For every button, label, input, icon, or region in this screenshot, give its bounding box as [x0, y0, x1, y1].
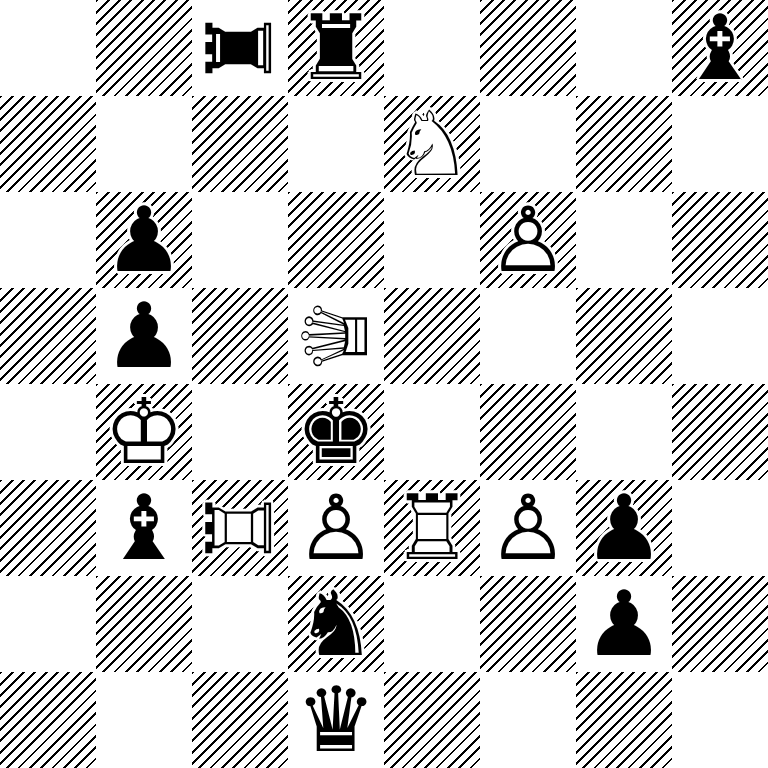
- square-d8[interactable]: [288, 0, 384, 96]
- piece-black-pawn[interactable]: [96, 192, 192, 288]
- square-a3[interactable]: [0, 480, 96, 576]
- square-g2[interactable]: [576, 576, 672, 672]
- piece-black-rook-rotated[interactable]: [192, 0, 288, 96]
- square-f1[interactable]: [480, 672, 576, 768]
- square-a6[interactable]: [0, 192, 96, 288]
- square-c3[interactable]: [192, 480, 288, 576]
- square-f3[interactable]: [480, 480, 576, 576]
- square-g8[interactable]: [576, 0, 672, 96]
- square-d7[interactable]: [288, 96, 384, 192]
- square-b5[interactable]: [96, 288, 192, 384]
- square-g1[interactable]: [576, 672, 672, 768]
- square-d3[interactable]: [288, 480, 384, 576]
- square-b4[interactable]: [96, 384, 192, 480]
- square-c6[interactable]: [192, 192, 288, 288]
- square-a1[interactable]: [0, 672, 96, 768]
- piece-white-queen-rotated[interactable]: [288, 288, 384, 384]
- square-b3[interactable]: [96, 480, 192, 576]
- piece-white-rook-rotated[interactable]: [192, 480, 288, 576]
- square-h6[interactable]: [672, 192, 768, 288]
- square-g7[interactable]: [576, 96, 672, 192]
- square-g4[interactable]: [576, 384, 672, 480]
- square-f4[interactable]: [480, 384, 576, 480]
- square-c2[interactable]: [192, 576, 288, 672]
- square-g6[interactable]: [576, 192, 672, 288]
- piece-black-pawn[interactable]: [576, 480, 672, 576]
- square-e7[interactable]: [384, 96, 480, 192]
- square-d4[interactable]: [288, 384, 384, 480]
- piece-white-king[interactable]: [96, 384, 192, 480]
- square-e8[interactable]: [384, 0, 480, 96]
- square-c4[interactable]: [192, 384, 288, 480]
- square-a8[interactable]: [0, 0, 96, 96]
- piece-white-pawn[interactable]: [480, 480, 576, 576]
- square-f7[interactable]: [480, 96, 576, 192]
- square-a7[interactable]: [0, 96, 96, 192]
- square-d6[interactable]: [288, 192, 384, 288]
- piece-black-pawn[interactable]: [576, 576, 672, 672]
- piece-black-knight[interactable]: [288, 576, 384, 672]
- square-h2[interactable]: [672, 576, 768, 672]
- square-h4[interactable]: [672, 384, 768, 480]
- square-e6[interactable]: [384, 192, 480, 288]
- square-f5[interactable]: [480, 288, 576, 384]
- piece-black-queen[interactable]: [288, 672, 384, 768]
- piece-black-pawn[interactable]: [96, 288, 192, 384]
- square-a2[interactable]: [0, 576, 96, 672]
- piece-white-rook[interactable]: [384, 480, 480, 576]
- square-d1[interactable]: [288, 672, 384, 768]
- square-h8[interactable]: [672, 0, 768, 96]
- square-b8[interactable]: [96, 0, 192, 96]
- square-e5[interactable]: [384, 288, 480, 384]
- square-h7[interactable]: [672, 96, 768, 192]
- square-b6[interactable]: [96, 192, 192, 288]
- piece-white-pawn[interactable]: [480, 192, 576, 288]
- square-e4[interactable]: [384, 384, 480, 480]
- square-b1[interactable]: [96, 672, 192, 768]
- square-e1[interactable]: [384, 672, 480, 768]
- piece-black-rook[interactable]: [288, 0, 384, 96]
- square-h1[interactable]: [672, 672, 768, 768]
- chess-board: [0, 0, 768, 768]
- square-c7[interactable]: [192, 96, 288, 192]
- square-e3[interactable]: [384, 480, 480, 576]
- square-f6[interactable]: [480, 192, 576, 288]
- piece-black-bishop[interactable]: [672, 0, 768, 96]
- square-g3[interactable]: [576, 480, 672, 576]
- square-c1[interactable]: [192, 672, 288, 768]
- piece-white-pawn[interactable]: [288, 480, 384, 576]
- square-d2[interactable]: [288, 576, 384, 672]
- square-c5[interactable]: [192, 288, 288, 384]
- piece-white-knight[interactable]: [384, 96, 480, 192]
- square-f8[interactable]: [480, 0, 576, 96]
- square-d5[interactable]: [288, 288, 384, 384]
- square-f2[interactable]: [480, 576, 576, 672]
- square-b2[interactable]: [96, 576, 192, 672]
- square-a5[interactable]: [0, 288, 96, 384]
- square-h3[interactable]: [672, 480, 768, 576]
- square-c8[interactable]: [192, 0, 288, 96]
- piece-black-king[interactable]: [288, 384, 384, 480]
- piece-black-bishop[interactable]: [96, 480, 192, 576]
- square-g5[interactable]: [576, 288, 672, 384]
- square-e2[interactable]: [384, 576, 480, 672]
- square-b7[interactable]: [96, 96, 192, 192]
- square-a4[interactable]: [0, 384, 96, 480]
- square-h5[interactable]: [672, 288, 768, 384]
